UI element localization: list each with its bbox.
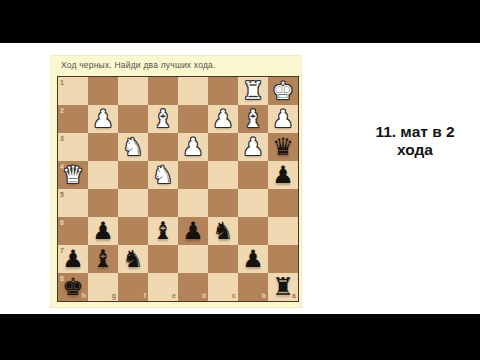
rank-label-1: 1 xyxy=(60,79,64,86)
piece-white-bishop-e2: ♝ xyxy=(148,105,178,133)
piece-white-bishop-b2: ♝ xyxy=(238,105,268,133)
square-a6 xyxy=(268,217,298,245)
square-b3: ♟ xyxy=(238,133,268,161)
square-b8: b xyxy=(238,273,268,301)
square-c2: ♟ xyxy=(208,105,238,133)
piece-white-pawn-g2: ♟ xyxy=(88,105,118,133)
square-e2: ♝ xyxy=(148,105,178,133)
square-a3: ♛ xyxy=(268,133,298,161)
rank-label-3: 3 xyxy=(60,135,64,142)
piece-white-knight-e4: ♞ xyxy=(148,161,178,189)
piece-black-bishop-g7: ♝ xyxy=(88,245,118,273)
square-d8: d xyxy=(178,273,208,301)
piece-black-rook-a8: ♜ xyxy=(268,273,298,301)
piece-black-knight-c6: ♞ xyxy=(208,217,238,245)
square-d7 xyxy=(178,245,208,273)
letterbox-top-bar xyxy=(0,0,480,43)
piece-black-pawn-h7: ♟ xyxy=(58,245,88,273)
piece-black-pawn-g6: ♟ xyxy=(88,217,118,245)
piece-black-knight-f7: ♞ xyxy=(118,245,148,273)
piece-white-king-a1: ♚ xyxy=(268,77,298,105)
square-d1 xyxy=(178,77,208,105)
square-g8: g xyxy=(88,273,118,301)
square-h7: 7♟ xyxy=(58,245,88,273)
square-h6: 6 xyxy=(58,217,88,245)
square-d6: ♟ xyxy=(178,217,208,245)
square-c5 xyxy=(208,189,238,217)
puzzle-caption: 11. мат в 2 хода xyxy=(352,123,478,158)
square-a2: ♟ xyxy=(268,105,298,133)
square-a5 xyxy=(268,189,298,217)
file-label-e: e xyxy=(172,292,176,299)
piece-white-rook-b1: ♜ xyxy=(238,77,268,105)
square-a1: ♚ xyxy=(268,77,298,105)
square-e4: ♞ xyxy=(148,161,178,189)
piece-black-king-h8: ♚ xyxy=(58,273,88,301)
piece-black-queen-a3: ♛ xyxy=(268,133,298,161)
square-c7 xyxy=(208,245,238,273)
piece-white-pawn-d3: ♟ xyxy=(178,133,208,161)
square-f1 xyxy=(118,77,148,105)
square-g2: ♟ xyxy=(88,105,118,133)
file-label-c: c xyxy=(232,292,236,299)
square-e1 xyxy=(148,77,178,105)
square-e7 xyxy=(148,245,178,273)
piece-black-pawn-b7: ♟ xyxy=(238,245,268,273)
square-d2 xyxy=(178,105,208,133)
file-label-f: f xyxy=(144,292,146,299)
puzzle-instruction: Ход черных. Найди два лучших хода. xyxy=(61,60,296,71)
square-c8: c xyxy=(208,273,238,301)
square-e8: e xyxy=(148,273,178,301)
square-h1: 1 xyxy=(58,77,88,105)
square-b4 xyxy=(238,161,268,189)
square-c4 xyxy=(208,161,238,189)
square-f3: ♞ xyxy=(118,133,148,161)
square-g3 xyxy=(88,133,118,161)
puzzle-caption-line-1: 11. мат в 2 xyxy=(352,123,478,141)
square-a7 xyxy=(268,245,298,273)
piece-black-pawn-a4: ♟ xyxy=(268,161,298,189)
square-b2: ♝ xyxy=(238,105,268,133)
square-g5 xyxy=(88,189,118,217)
square-f4 xyxy=(118,161,148,189)
square-c6: ♞ xyxy=(208,217,238,245)
square-g4 xyxy=(88,161,118,189)
square-b6 xyxy=(238,217,268,245)
square-h3: 3 xyxy=(58,133,88,161)
letterbox-bottom-bar xyxy=(0,314,480,360)
file-label-b: b xyxy=(262,292,266,299)
square-b7: ♟ xyxy=(238,245,268,273)
square-c3 xyxy=(208,133,238,161)
square-b1: ♜ xyxy=(238,77,268,105)
square-d3: ♟ xyxy=(178,133,208,161)
piece-white-queen-h4: ♛ xyxy=(58,161,88,189)
piece-white-pawn-c2: ♟ xyxy=(208,105,238,133)
square-h2: 2 xyxy=(58,105,88,133)
rank-label-5: 5 xyxy=(60,191,64,198)
square-g1 xyxy=(88,77,118,105)
square-g7: ♝ xyxy=(88,245,118,273)
square-h4: 4♛ xyxy=(58,161,88,189)
rank-label-2: 2 xyxy=(60,107,64,114)
square-d5 xyxy=(178,189,208,217)
chess-board: 1♜♚2♟♝♟♝♟3♞♟♟♛4♛♞♟56♟♝♟♞7♟♝♞♟8h♚gfedcba♜ xyxy=(57,76,299,302)
square-e5 xyxy=(148,189,178,217)
square-h5: 5 xyxy=(58,189,88,217)
square-f5 xyxy=(118,189,148,217)
rank-label-6: 6 xyxy=(60,219,64,226)
square-a8: a♜ xyxy=(268,273,298,301)
square-d4 xyxy=(178,161,208,189)
square-g6: ♟ xyxy=(88,217,118,245)
piece-black-bishop-e6: ♝ xyxy=(148,217,178,245)
square-f8: f xyxy=(118,273,148,301)
square-e3 xyxy=(148,133,178,161)
square-e6: ♝ xyxy=(148,217,178,245)
square-f6 xyxy=(118,217,148,245)
piece-black-pawn-d6: ♟ xyxy=(178,217,208,245)
square-h8: 8h♚ xyxy=(58,273,88,301)
piece-white-pawn-a2: ♟ xyxy=(268,105,298,133)
puzzle-caption-line-2: хода xyxy=(352,141,478,159)
puzzle-slide-panel: Ход черных. Найди два лучших хода. 1♜♚2♟… xyxy=(50,55,302,308)
file-label-g: g xyxy=(112,292,116,299)
square-f2 xyxy=(118,105,148,133)
square-b5 xyxy=(238,189,268,217)
square-f7: ♞ xyxy=(118,245,148,273)
square-a4: ♟ xyxy=(268,161,298,189)
square-c1 xyxy=(208,77,238,105)
piece-white-knight-f3: ♞ xyxy=(118,133,148,161)
file-label-d: d xyxy=(202,292,206,299)
piece-white-pawn-b3: ♟ xyxy=(238,133,268,161)
